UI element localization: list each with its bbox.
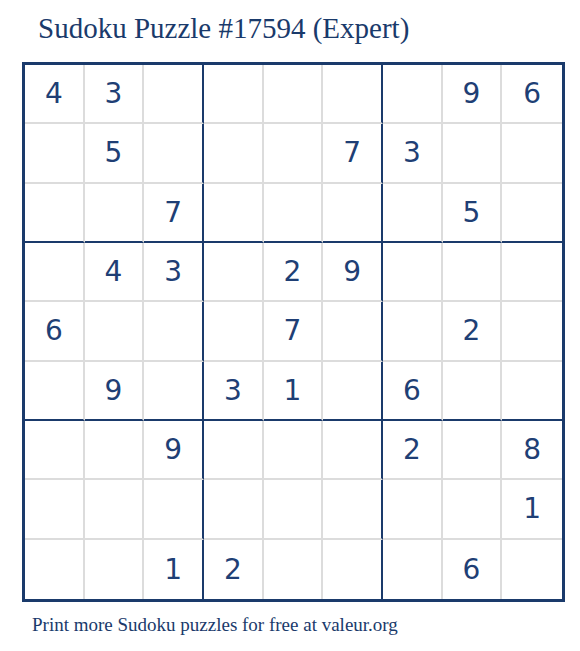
- cell-r3c9[interactable]: [502, 184, 562, 243]
- cell-r7c2[interactable]: [85, 421, 145, 480]
- cell-r8c3[interactable]: [144, 480, 204, 539]
- cell-r5c2[interactable]: [85, 302, 145, 361]
- cell-r9c7[interactable]: [383, 540, 443, 599]
- cell-r1c4[interactable]: [204, 65, 264, 124]
- cell-r4c6[interactable]: 9: [323, 243, 383, 302]
- cell-r2c3[interactable]: [144, 124, 204, 183]
- cell-r3c5[interactable]: [264, 184, 324, 243]
- cell-r4c8[interactable]: [443, 243, 503, 302]
- cell-r5c5[interactable]: 7: [264, 302, 324, 361]
- cell-r6c9[interactable]: [502, 362, 562, 421]
- page: Sudoku Puzzle #17594 (Expert) 4396573754…: [0, 0, 580, 651]
- cell-r2c2[interactable]: 5: [85, 124, 145, 183]
- cell-r4c4[interactable]: [204, 243, 264, 302]
- cell-r5c3[interactable]: [144, 302, 204, 361]
- cell-r4c7[interactable]: [383, 243, 443, 302]
- cell-r4c2[interactable]: 4: [85, 243, 145, 302]
- cell-r5c7[interactable]: [383, 302, 443, 361]
- cell-r1c5[interactable]: [264, 65, 324, 124]
- cell-r1c1[interactable]: 4: [25, 65, 85, 124]
- cell-r9c9[interactable]: [502, 540, 562, 599]
- cell-r8c4[interactable]: [204, 480, 264, 539]
- cell-r9c6[interactable]: [323, 540, 383, 599]
- cell-r7c9[interactable]: 8: [502, 421, 562, 480]
- cell-r7c7[interactable]: 2: [383, 421, 443, 480]
- cell-r7c5[interactable]: [264, 421, 324, 480]
- cell-r6c1[interactable]: [25, 362, 85, 421]
- cell-r1c7[interactable]: [383, 65, 443, 124]
- cell-r9c5[interactable]: [264, 540, 324, 599]
- cell-r8c8[interactable]: [443, 480, 503, 539]
- cell-r2c8[interactable]: [443, 124, 503, 183]
- cell-r6c7[interactable]: 6: [383, 362, 443, 421]
- cell-r9c8[interactable]: 6: [443, 540, 503, 599]
- cell-r2c6[interactable]: 7: [323, 124, 383, 183]
- cell-r5c6[interactable]: [323, 302, 383, 361]
- cell-r1c2[interactable]: 3: [85, 65, 145, 124]
- cell-r5c8[interactable]: 2: [443, 302, 503, 361]
- cell-r4c1[interactable]: [25, 243, 85, 302]
- cell-r9c4[interactable]: 2: [204, 540, 264, 599]
- cell-r1c6[interactable]: [323, 65, 383, 124]
- cell-r2c7[interactable]: 3: [383, 124, 443, 183]
- cell-r3c2[interactable]: [85, 184, 145, 243]
- cell-r6c8[interactable]: [443, 362, 503, 421]
- cell-r1c8[interactable]: 9: [443, 65, 503, 124]
- cell-r2c1[interactable]: [25, 124, 85, 183]
- cell-r8c6[interactable]: [323, 480, 383, 539]
- cell-r6c5[interactable]: 1: [264, 362, 324, 421]
- cell-r1c3[interactable]: [144, 65, 204, 124]
- cell-r2c4[interactable]: [204, 124, 264, 183]
- puzzle-title: Sudoku Puzzle #17594 (Expert): [38, 12, 409, 45]
- cell-r8c2[interactable]: [85, 480, 145, 539]
- cell-r3c7[interactable]: [383, 184, 443, 243]
- cell-r7c6[interactable]: [323, 421, 383, 480]
- cell-r3c1[interactable]: [25, 184, 85, 243]
- cell-r4c3[interactable]: 3: [144, 243, 204, 302]
- cell-r1c9[interactable]: 6: [502, 65, 562, 124]
- cell-r2c9[interactable]: [502, 124, 562, 183]
- cell-r4c9[interactable]: [502, 243, 562, 302]
- cell-r8c5[interactable]: [264, 480, 324, 539]
- cell-r6c4[interactable]: 3: [204, 362, 264, 421]
- cell-r3c4[interactable]: [204, 184, 264, 243]
- cell-r7c3[interactable]: 9: [144, 421, 204, 480]
- cell-r6c2[interactable]: 9: [85, 362, 145, 421]
- cell-r2c5[interactable]: [264, 124, 324, 183]
- cell-r5c9[interactable]: [502, 302, 562, 361]
- cell-r8c1[interactable]: [25, 480, 85, 539]
- cell-r9c2[interactable]: [85, 540, 145, 599]
- cell-r5c4[interactable]: [204, 302, 264, 361]
- cell-r5c1[interactable]: 6: [25, 302, 85, 361]
- cell-r6c6[interactable]: [323, 362, 383, 421]
- cell-r8c7[interactable]: [383, 480, 443, 539]
- cell-r8c9[interactable]: 1: [502, 480, 562, 539]
- cell-r4c5[interactable]: 2: [264, 243, 324, 302]
- cell-r6c3[interactable]: [144, 362, 204, 421]
- cell-r3c3[interactable]: 7: [144, 184, 204, 243]
- footer-text: Print more Sudoku puzzles for free at va…: [32, 614, 398, 636]
- cell-r7c1[interactable]: [25, 421, 85, 480]
- cell-r3c6[interactable]: [323, 184, 383, 243]
- sudoku-board: 439657375432967293169281126: [22, 62, 565, 602]
- cell-r3c8[interactable]: 5: [443, 184, 503, 243]
- cell-r7c4[interactable]: [204, 421, 264, 480]
- cell-r9c1[interactable]: [25, 540, 85, 599]
- cell-r7c8[interactable]: [443, 421, 503, 480]
- cell-r9c3[interactable]: 1: [144, 540, 204, 599]
